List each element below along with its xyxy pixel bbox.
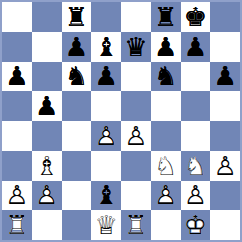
black-pawn-piece[interactable]: ♟♟: [184, 34, 207, 60]
square-a1[interactable]: ♜♖: [2, 210, 32, 240]
square-f1[interactable]: [151, 210, 181, 240]
square-g4[interactable]: [181, 121, 211, 151]
square-h8[interactable]: [210, 2, 240, 32]
square-e5[interactable]: [121, 91, 151, 121]
piece-outline-glyph: ♙: [154, 182, 177, 208]
chess-board: ♜♜♜♜♚♚♟♟♝♝♛♛♟♟♟♟♟♟♞♞♟♟♞♞♟♟♟♟♟♙♟♙♝♗♞♘♞♘♟♙…: [0, 0, 242, 242]
white-queen-piece[interactable]: ♛♕: [94, 212, 117, 238]
piece-outline-glyph: ♟: [65, 34, 88, 60]
square-d7[interactable]: ♝♝: [91, 32, 121, 62]
black-pawn-piece[interactable]: ♟♟: [213, 63, 236, 89]
square-c6[interactable]: ♞♞: [62, 62, 92, 92]
square-e3[interactable]: [121, 151, 151, 181]
square-b5[interactable]: ♟♟: [32, 91, 62, 121]
piece-outline-glyph: ♙: [35, 182, 58, 208]
white-pawn-piece[interactable]: ♟♙: [94, 123, 117, 149]
white-king-piece[interactable]: ♚♔: [184, 212, 207, 238]
square-h5[interactable]: [210, 91, 240, 121]
white-pawn-piece[interactable]: ♟♙: [124, 123, 147, 149]
piece-outline-glyph: ♟: [213, 63, 236, 89]
square-d1[interactable]: ♛♕: [91, 210, 121, 240]
square-e4[interactable]: ♟♙: [121, 121, 151, 151]
square-f6[interactable]: ♞♞: [151, 62, 181, 92]
white-knight-piece[interactable]: ♞♘: [184, 153, 207, 179]
white-rook-piece[interactable]: ♜♖: [124, 212, 147, 238]
square-b1[interactable]: [32, 210, 62, 240]
black-pawn-piece[interactable]: ♟♟: [35, 93, 58, 119]
square-g3[interactable]: ♞♘: [181, 151, 211, 181]
piece-outline-glyph: ♜: [154, 4, 177, 30]
square-b8[interactable]: [32, 2, 62, 32]
black-pawn-piece[interactable]: ♟♟: [94, 63, 117, 89]
square-f5[interactable]: [151, 91, 181, 121]
white-pawn-piece[interactable]: ♟♙: [184, 182, 207, 208]
piece-outline-glyph: ♜: [65, 4, 88, 30]
square-e7[interactable]: ♛♛: [121, 32, 151, 62]
piece-outline-glyph: ♟: [35, 93, 58, 119]
piece-outline-glyph: ♙: [124, 123, 147, 149]
piece-outline-glyph: ♕: [94, 212, 117, 238]
piece-outline-glyph: ♖: [124, 212, 147, 238]
square-a2[interactable]: ♟♙: [2, 181, 32, 211]
square-e6[interactable]: [121, 62, 151, 92]
square-a8[interactable]: [2, 2, 32, 32]
square-g8[interactable]: ♚♚: [181, 2, 211, 32]
square-h7[interactable]: [210, 32, 240, 62]
square-d2[interactable]: ♝♝: [91, 181, 121, 211]
piece-outline-glyph: ♙: [184, 182, 207, 208]
black-pawn-piece[interactable]: ♟♟: [5, 63, 28, 89]
piece-outline-glyph: ♘: [154, 153, 177, 179]
square-h2[interactable]: [210, 181, 240, 211]
piece-outline-glyph: ♟: [184, 34, 207, 60]
square-g2[interactable]: ♟♙: [181, 181, 211, 211]
piece-outline-glyph: ♝: [94, 182, 117, 208]
black-knight-piece[interactable]: ♞♞: [65, 63, 88, 89]
square-a6[interactable]: ♟♟: [2, 62, 32, 92]
square-b6[interactable]: [32, 62, 62, 92]
piece-outline-glyph: ♘: [184, 153, 207, 179]
black-rook-piece[interactable]: ♜♜: [154, 4, 177, 30]
square-c2[interactable]: [62, 181, 92, 211]
black-bishop-piece[interactable]: ♝♝: [94, 182, 117, 208]
square-c5[interactable]: [62, 91, 92, 121]
square-b3[interactable]: ♝♗: [32, 151, 62, 181]
square-a4[interactable]: [2, 121, 32, 151]
white-pawn-piece[interactable]: ♟♙: [213, 153, 236, 179]
piece-outline-glyph: ♔: [184, 212, 207, 238]
white-bishop-piece[interactable]: ♝♗: [35, 153, 58, 179]
square-a3[interactable]: [2, 151, 32, 181]
white-knight-piece[interactable]: ♞♘: [154, 153, 177, 179]
square-d4[interactable]: ♟♙: [91, 121, 121, 151]
square-f4[interactable]: [151, 121, 181, 151]
square-d8[interactable]: [91, 2, 121, 32]
piece-outline-glyph: ♚: [184, 4, 207, 30]
square-a7[interactable]: [2, 32, 32, 62]
black-queen-piece[interactable]: ♛♛: [124, 34, 147, 60]
square-c4[interactable]: [62, 121, 92, 151]
black-pawn-piece[interactable]: ♟♟: [65, 34, 88, 60]
piece-outline-glyph: ♟: [5, 63, 28, 89]
white-rook-piece[interactable]: ♜♖: [5, 212, 28, 238]
piece-outline-glyph: ♟: [154, 34, 177, 60]
square-a5[interactable]: [2, 91, 32, 121]
piece-outline-glyph: ♖: [5, 212, 28, 238]
square-g6[interactable]: [181, 62, 211, 92]
square-h3[interactable]: ♟♙: [210, 151, 240, 181]
square-f7[interactable]: ♟♟: [151, 32, 181, 62]
square-g1[interactable]: ♚♔: [181, 210, 211, 240]
square-c3[interactable]: [62, 151, 92, 181]
piece-outline-glyph: ♙: [213, 153, 236, 179]
square-h4[interactable]: [210, 121, 240, 151]
piece-outline-glyph: ♞: [65, 63, 88, 89]
piece-outline-glyph: ♞: [154, 63, 177, 89]
square-b2[interactable]: ♟♙: [32, 181, 62, 211]
piece-outline-glyph: ♗: [35, 153, 58, 179]
black-bishop-piece[interactable]: ♝♝: [94, 34, 117, 60]
square-f3[interactable]: ♞♘: [151, 151, 181, 181]
square-g7[interactable]: ♟♟: [181, 32, 211, 62]
black-pawn-piece[interactable]: ♟♟: [154, 34, 177, 60]
white-pawn-piece[interactable]: ♟♙: [154, 182, 177, 208]
black-king-piece[interactable]: ♚♚: [184, 4, 207, 30]
black-knight-piece[interactable]: ♞♞: [154, 63, 177, 89]
piece-outline-glyph: ♙: [5, 182, 28, 208]
square-c7[interactable]: ♟♟: [62, 32, 92, 62]
square-d6[interactable]: ♟♟: [91, 62, 121, 92]
square-e8[interactable]: [121, 2, 151, 32]
white-pawn-piece[interactable]: ♟♙: [5, 182, 28, 208]
square-h1[interactable]: [210, 210, 240, 240]
piece-outline-glyph: ♙: [94, 123, 117, 149]
square-f8[interactable]: ♜♜: [151, 2, 181, 32]
square-c1[interactable]: [62, 210, 92, 240]
square-h6[interactable]: ♟♟: [210, 62, 240, 92]
square-d3[interactable]: [91, 151, 121, 181]
piece-outline-glyph: ♛: [124, 34, 147, 60]
black-rook-piece[interactable]: ♜♜: [65, 4, 88, 30]
square-f2[interactable]: ♟♙: [151, 181, 181, 211]
square-c8[interactable]: ♜♜: [62, 2, 92, 32]
square-e1[interactable]: ♜♖: [121, 210, 151, 240]
square-d5[interactable]: [91, 91, 121, 121]
square-e2[interactable]: [121, 181, 151, 211]
square-g5[interactable]: [181, 91, 211, 121]
piece-outline-glyph: ♟: [94, 63, 117, 89]
white-pawn-piece[interactable]: ♟♙: [35, 182, 58, 208]
piece-outline-glyph: ♝: [94, 34, 117, 60]
square-b4[interactable]: [32, 121, 62, 151]
square-b7[interactable]: [32, 32, 62, 62]
